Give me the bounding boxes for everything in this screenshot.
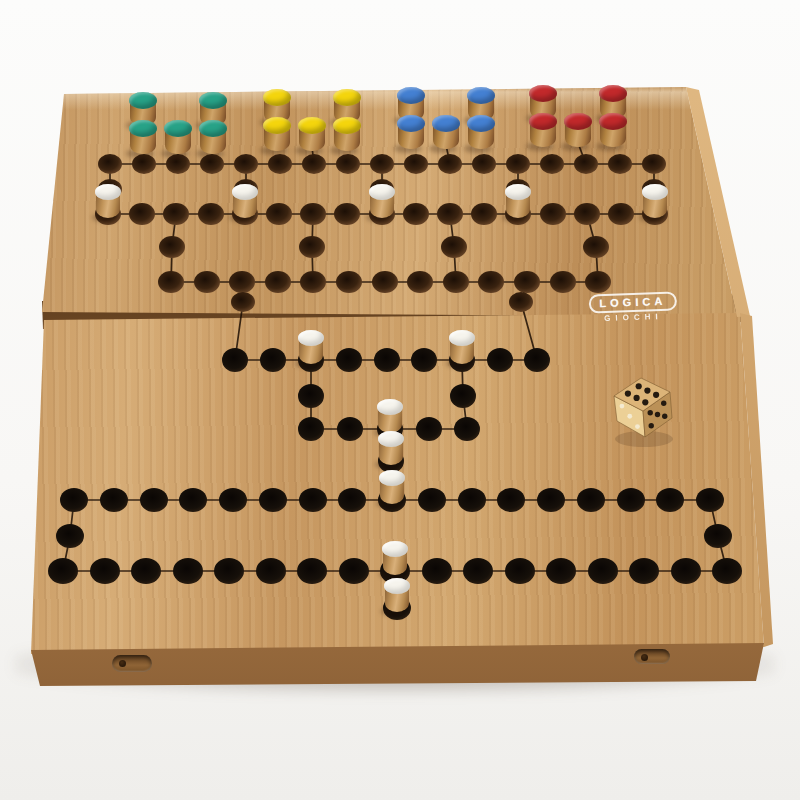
die-pip bbox=[642, 399, 648, 405]
latch-hole-icon bbox=[641, 654, 648, 661]
die-pip bbox=[648, 410, 653, 415]
latch-right bbox=[634, 649, 670, 664]
die-pip bbox=[653, 392, 659, 398]
die-pip bbox=[620, 404, 625, 409]
die-pip bbox=[635, 424, 640, 429]
die-pip bbox=[627, 414, 632, 419]
die-pip bbox=[655, 412, 660, 417]
die-pip bbox=[644, 387, 650, 393]
latch-left bbox=[112, 655, 152, 672]
die-pip bbox=[662, 414, 667, 419]
brand-name: LOGICA bbox=[588, 291, 677, 313]
die-pip bbox=[636, 383, 642, 389]
die-pip bbox=[649, 423, 654, 428]
product-photo-scene: LOGICA GIOCHI bbox=[0, 0, 800, 800]
die-pip bbox=[625, 390, 631, 396]
brand-logo: LOGICA GIOCHI bbox=[568, 290, 699, 325]
die-pip bbox=[661, 401, 666, 406]
die-pip bbox=[634, 395, 640, 401]
latch-hole-icon bbox=[119, 660, 126, 667]
die bbox=[604, 368, 690, 454]
